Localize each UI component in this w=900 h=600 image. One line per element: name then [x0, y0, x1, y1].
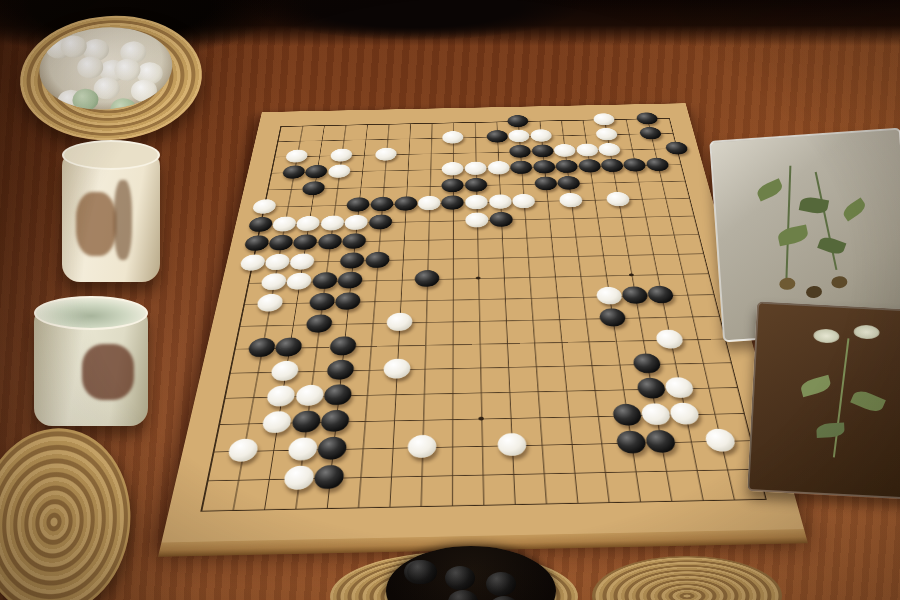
plant-stem [833, 338, 850, 457]
black-stone [645, 158, 670, 172]
plant-stem [785, 166, 791, 286]
black-stone [510, 160, 533, 174]
white-stone [296, 216, 321, 231]
white-stone [465, 161, 487, 175]
cup-rim [62, 140, 160, 170]
leaf [850, 388, 886, 415]
black-stone [507, 115, 528, 127]
black-stone [305, 165, 329, 179]
black-stone [329, 336, 357, 355]
black-stone [326, 360, 355, 380]
black-stone [323, 384, 352, 405]
black-stone [282, 165, 306, 179]
white-stone [266, 385, 296, 406]
black-stone [600, 159, 624, 173]
fruit [779, 277, 796, 290]
black-stone [557, 176, 581, 190]
black-stone [534, 176, 557, 190]
white-stone [508, 130, 530, 143]
leaf [777, 224, 810, 246]
black-stone [340, 252, 366, 269]
black-stone [636, 378, 667, 399]
black-stone [335, 292, 362, 310]
white-stone [487, 161, 509, 175]
white-stone [283, 466, 315, 491]
white-stone [328, 164, 351, 178]
white-stone [407, 435, 436, 458]
tea-cup-dark-art [34, 296, 148, 426]
white-stone [575, 143, 598, 156]
white-stone [289, 253, 315, 270]
black-stone-in-bowl [448, 590, 478, 600]
black-stone [268, 234, 294, 250]
white-stone [595, 128, 618, 141]
white-stone [465, 212, 488, 227]
white-stone [239, 254, 266, 271]
black-stone [615, 431, 647, 454]
white-stone [442, 162, 464, 176]
black-stone [531, 144, 554, 157]
star-point [629, 274, 634, 277]
white-stone [553, 144, 576, 157]
white-stone [704, 429, 738, 452]
black-stone [645, 430, 677, 453]
white-flower-cluster [853, 324, 880, 339]
black-stone [337, 272, 363, 289]
captured-stone [72, 88, 99, 112]
white-stone [640, 403, 672, 425]
fruit [806, 285, 823, 298]
black-stone [346, 197, 370, 212]
white-stone [418, 196, 441, 211]
tea-cup-calligraphy [62, 140, 160, 282]
white-stone [286, 273, 313, 290]
black-stone [509, 145, 531, 158]
leaf [755, 178, 784, 201]
black-stone-in-bowl [486, 572, 516, 596]
black-stone [578, 159, 602, 173]
bowl-interior [37, 23, 175, 114]
white-stone [344, 215, 369, 230]
white-stone [443, 131, 464, 144]
black-stone [320, 410, 350, 432]
leaf [816, 423, 845, 438]
white-stone [251, 199, 276, 214]
black-stone [368, 214, 392, 229]
black-stone [632, 353, 662, 373]
cup-artwork [82, 344, 134, 400]
black-stone [291, 411, 322, 433]
black-stone [623, 158, 647, 172]
black-stone [486, 130, 507, 143]
white-stone [271, 216, 297, 231]
black-stone-in-bowl [489, 596, 519, 600]
black-stone [274, 337, 303, 357]
black-stone [308, 293, 335, 311]
white-stone [260, 273, 287, 290]
captured-stone [130, 79, 157, 103]
white-stone [330, 148, 353, 161]
go-game-photo: Go (igo / weiqi / baduk) [0, 0, 900, 600]
white-stone [655, 330, 685, 349]
black-stone [317, 233, 342, 249]
black-stone [414, 270, 439, 287]
black-stone [247, 338, 276, 358]
fruit [831, 276, 848, 289]
white-stone [262, 411, 293, 433]
black-stone [441, 195, 464, 210]
white-stone [559, 193, 583, 208]
black-stone [312, 272, 339, 289]
botanical-coaster-dark [747, 301, 900, 500]
white-stone [295, 385, 325, 406]
black-stone [636, 112, 659, 124]
black-stone [465, 178, 487, 192]
black-stone [342, 233, 367, 249]
black-stone [442, 178, 464, 192]
white-stone [606, 192, 631, 207]
black-stone [317, 437, 348, 460]
white-stone [530, 129, 552, 142]
black-stone [621, 286, 649, 304]
black-stone [305, 314, 333, 333]
white-stone [593, 113, 616, 125]
black-stone [314, 465, 346, 490]
white-stone [285, 149, 309, 162]
white-stone [270, 361, 300, 381]
white-stone [383, 359, 411, 379]
white-stone [512, 194, 536, 209]
black-stone [302, 181, 326, 195]
white-stone [227, 439, 260, 462]
white-stone [320, 215, 345, 230]
black-stone [370, 197, 394, 212]
white-stone [256, 294, 284, 312]
black-stone [611, 404, 642, 426]
black-stone-in-bowl [445, 566, 475, 590]
white-stone [664, 377, 695, 398]
white-stone [595, 287, 622, 305]
black-stone [243, 235, 270, 251]
cup-rim [34, 296, 148, 330]
black-stone-in-bowl [407, 560, 437, 584]
leaf [841, 197, 868, 221]
white-flower-cluster [813, 328, 840, 343]
black-stone [365, 251, 390, 268]
leaf [799, 375, 832, 397]
white-stone [489, 194, 512, 209]
black-stone [489, 212, 513, 227]
black-stone [394, 196, 417, 211]
star-point [476, 277, 481, 280]
white-stone [375, 148, 397, 161]
plant-stem [815, 172, 838, 270]
white-stone [287, 437, 318, 460]
cup-artwork [114, 180, 132, 260]
black-stone [639, 127, 663, 140]
black-stone [598, 308, 626, 327]
black-stone [664, 141, 688, 154]
star-point [478, 417, 483, 421]
black-stone [532, 160, 555, 174]
white-stone [598, 143, 622, 156]
white-stone [669, 403, 701, 425]
captured-stone [109, 97, 136, 113]
white-stone [465, 195, 488, 210]
cup-artwork [76, 192, 116, 256]
white-stone [264, 254, 291, 271]
black-stone [247, 217, 273, 232]
black-stone [293, 234, 319, 250]
black-stone [555, 159, 578, 173]
black-stone [647, 286, 675, 304]
white-stone [386, 313, 412, 332]
white-stone [497, 433, 527, 456]
go-board-grid [200, 118, 766, 512]
